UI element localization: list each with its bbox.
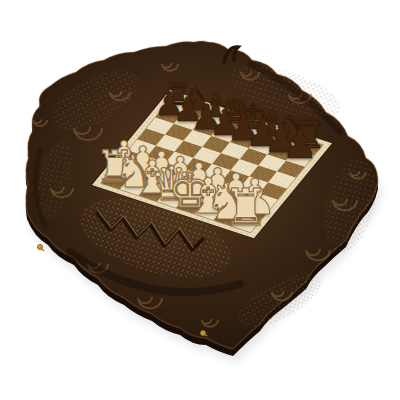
brass-latch-left xyxy=(37,244,44,251)
product-photo: ♜♞♟♝♟♛♟♚♟♝♟♞♟♜♟♟♟♟♜♟♞♟♝♟♛♟♚♟♝♟♞♜ xyxy=(0,0,400,400)
